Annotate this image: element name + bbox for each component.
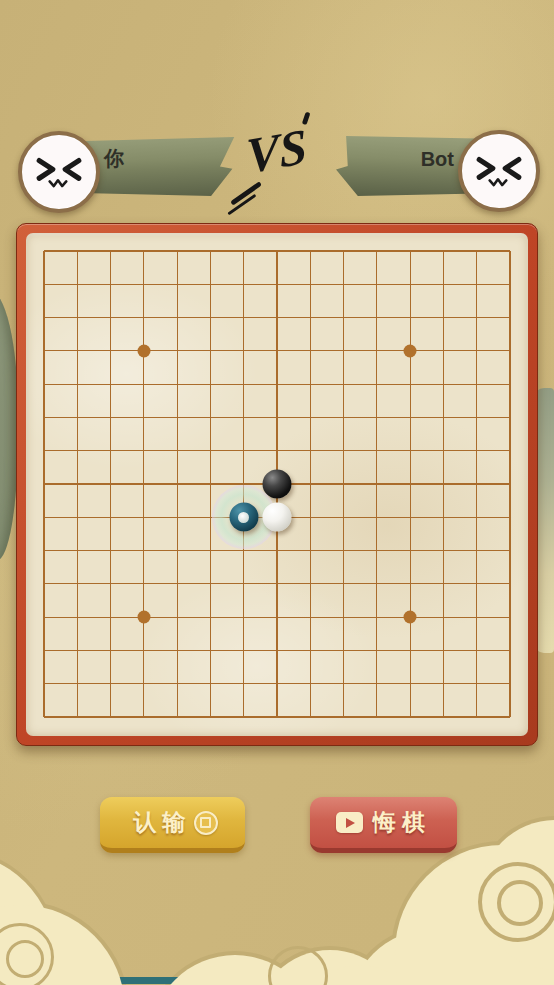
grid-line-vertical (343, 251, 344, 717)
star-point (137, 611, 150, 624)
grid-line-vertical (310, 251, 311, 717)
grid-line-vertical (443, 251, 444, 717)
grid-line-horizontal (44, 650, 510, 651)
video-play-icon (336, 812, 363, 833)
grid-line-horizontal (44, 617, 510, 618)
grid-line-vertical (476, 251, 477, 717)
squint-face-icon (473, 145, 525, 197)
bot-avatar (458, 130, 540, 212)
squint-face-icon (33, 146, 85, 198)
undo-label: 悔棋 (373, 807, 431, 838)
grid-line-vertical (376, 251, 377, 717)
player-avatar (18, 131, 100, 213)
resign-label: 认输 (134, 807, 192, 838)
grid-line-horizontal (44, 683, 510, 684)
star-point (404, 611, 417, 624)
resign-button[interactable]: 认输 (100, 797, 245, 853)
player-name-label: 你 (104, 145, 124, 172)
cloud-swirl (497, 880, 543, 926)
cloud-swirl (6, 940, 44, 978)
game-screen: 你 Bot VS 认输 悔棋 (0, 0, 554, 985)
bot-name-label: Bot (421, 148, 454, 171)
coin-icon (194, 811, 218, 835)
star-point (404, 344, 417, 357)
coin-hole (200, 817, 211, 828)
board-frame (16, 223, 538, 746)
grid-line-horizontal (44, 583, 510, 584)
undo-button[interactable]: 悔棋 (310, 797, 457, 853)
grid-line-vertical (509, 251, 510, 717)
vs-emblem: VS (245, 121, 309, 182)
grid-line-vertical (410, 251, 411, 717)
last-move-stone (229, 503, 258, 532)
white-stone (263, 503, 292, 532)
black-stone (263, 470, 292, 499)
gomoku-board[interactable] (26, 233, 528, 736)
grid-line-horizontal (44, 550, 510, 551)
play-triangle (346, 818, 355, 828)
star-point (137, 344, 150, 357)
grid-line-horizontal (44, 716, 510, 717)
